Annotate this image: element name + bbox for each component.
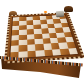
board-grid	[10, 15, 78, 59]
chessboard-photo	[0, 0, 84, 84]
chess-board	[4, 12, 84, 63]
square-h1[interactable]	[68, 48, 78, 55]
board-scene	[0, 0, 84, 84]
light-glint	[44, 11, 47, 13]
hinge-icon	[56, 11, 64, 18]
